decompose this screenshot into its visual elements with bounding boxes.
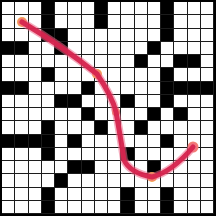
grid-cell[interactable]	[201, 15, 214, 28]
grid-cell[interactable]	[15, 135, 28, 148]
grid-cell[interactable]	[68, 95, 81, 108]
grid-cell[interactable]	[108, 161, 121, 174]
grid-cell[interactable]	[148, 29, 161, 42]
grid-cell[interactable]	[2, 29, 15, 42]
grid-cell[interactable]	[174, 174, 187, 187]
grid-cell[interactable]	[42, 201, 55, 214]
grid-cell[interactable]	[135, 161, 148, 174]
grid-cell[interactable]	[15, 68, 28, 81]
grid-cell[interactable]	[161, 148, 174, 161]
grid-cell[interactable]	[55, 135, 68, 148]
grid-cell[interactable]	[55, 42, 68, 55]
grid-cell[interactable]	[135, 135, 148, 148]
grid-cell[interactable]	[188, 2, 201, 15]
grid-cell[interactable]	[82, 108, 95, 121]
grid-cell[interactable]	[201, 55, 214, 68]
grid-cell[interactable]	[55, 108, 68, 121]
grid-cell[interactable]	[15, 82, 28, 95]
grid-cell[interactable]	[201, 2, 214, 15]
grid-cell[interactable]	[188, 188, 201, 201]
grid-cell[interactable]	[68, 42, 81, 55]
grid-cell[interactable]	[82, 95, 95, 108]
grid-cell[interactable]	[188, 42, 201, 55]
grid-cell[interactable]	[148, 161, 161, 174]
grid-cell[interactable]	[82, 188, 95, 201]
grid-cell[interactable]	[201, 82, 214, 95]
grid-cell[interactable]	[29, 108, 42, 121]
grid-cell[interactable]	[174, 201, 187, 214]
grid-cell[interactable]	[2, 161, 15, 174]
grid-cell[interactable]	[29, 148, 42, 161]
grid-cell[interactable]	[108, 135, 121, 148]
grid-cell[interactable]	[188, 82, 201, 95]
grid-cell[interactable]	[82, 82, 95, 95]
grid-cell[interactable]	[42, 174, 55, 187]
grid-cell[interactable]	[161, 68, 174, 81]
grid-cell[interactable]	[201, 161, 214, 174]
grid-cell[interactable]	[108, 95, 121, 108]
grid-cell[interactable]	[95, 121, 108, 134]
grid-cell[interactable]	[82, 201, 95, 214]
grid-cell[interactable]	[2, 68, 15, 81]
grid-cell[interactable]	[68, 2, 81, 15]
grid-cell[interactable]	[15, 15, 28, 28]
grid-cell[interactable]	[15, 188, 28, 201]
grid-cell[interactable]	[121, 82, 134, 95]
grid-cell[interactable]	[95, 201, 108, 214]
grid-cell[interactable]	[15, 2, 28, 15]
grid-cell[interactable]	[55, 15, 68, 28]
grid-cell[interactable]	[161, 42, 174, 55]
grid-cell[interactable]	[174, 121, 187, 134]
grid-cell[interactable]	[121, 201, 134, 214]
grid-cell[interactable]	[55, 188, 68, 201]
grid-cell[interactable]	[55, 68, 68, 81]
grid-cell[interactable]	[42, 15, 55, 28]
grid-cell[interactable]	[188, 55, 201, 68]
grid-cell[interactable]	[108, 29, 121, 42]
grid-cell[interactable]	[188, 148, 201, 161]
grid-cell[interactable]	[121, 42, 134, 55]
grid-cell[interactable]	[161, 108, 174, 121]
grid-cell[interactable]	[201, 108, 214, 121]
grid-cell[interactable]	[82, 135, 95, 148]
grid-cell[interactable]	[68, 174, 81, 187]
grid-cell[interactable]	[55, 55, 68, 68]
grid-cell[interactable]	[174, 148, 187, 161]
grid-cell[interactable]	[121, 148, 134, 161]
grid-cell[interactable]	[29, 29, 42, 42]
grid-cell[interactable]	[148, 201, 161, 214]
grid-cell[interactable]	[148, 135, 161, 148]
grid-cell[interactable]	[95, 55, 108, 68]
grid-cell[interactable]	[135, 95, 148, 108]
grid-cell[interactable]	[121, 135, 134, 148]
grid-cell[interactable]	[82, 42, 95, 55]
grid-cell[interactable]	[188, 201, 201, 214]
grid-cell[interactable]	[29, 42, 42, 55]
grid-cell[interactable]	[2, 188, 15, 201]
grid-cell[interactable]	[15, 174, 28, 187]
grid-cell[interactable]	[15, 42, 28, 55]
grid-cell[interactable]	[82, 68, 95, 81]
grid-cell[interactable]	[135, 42, 148, 55]
grid-cell[interactable]	[148, 82, 161, 95]
grid-cell[interactable]	[95, 188, 108, 201]
grid-cell[interactable]	[188, 174, 201, 187]
grid-cell[interactable]	[148, 55, 161, 68]
grid-cell[interactable]	[135, 201, 148, 214]
grid-cell[interactable]	[108, 82, 121, 95]
grid-cell[interactable]	[42, 82, 55, 95]
grid-cell[interactable]	[42, 121, 55, 134]
grid-cell[interactable]	[108, 15, 121, 28]
grid-cell[interactable]	[135, 108, 148, 121]
grid-cell[interactable]	[95, 42, 108, 55]
grid-cell[interactable]	[201, 148, 214, 161]
grid-cell[interactable]	[121, 15, 134, 28]
grid-cell[interactable]	[121, 95, 134, 108]
grid-cell[interactable]	[29, 161, 42, 174]
grid-cell[interactable]	[135, 148, 148, 161]
grid-cell[interactable]	[55, 174, 68, 187]
grid-cell[interactable]	[201, 174, 214, 187]
grid-cell[interactable]	[2, 42, 15, 55]
grid-cell[interactable]	[68, 201, 81, 214]
grid-cell[interactable]	[95, 108, 108, 121]
grid-cell[interactable]	[55, 148, 68, 161]
grid-cell[interactable]	[135, 29, 148, 42]
grid-cell[interactable]	[2, 201, 15, 214]
grid-cell[interactable]	[68, 108, 81, 121]
grid-cell[interactable]	[201, 188, 214, 201]
grid-cell[interactable]	[68, 55, 81, 68]
grid-cell[interactable]	[174, 42, 187, 55]
grid-cell[interactable]	[42, 108, 55, 121]
grid-cell[interactable]	[29, 121, 42, 134]
grid-cell[interactable]	[95, 148, 108, 161]
grid-cell[interactable]	[121, 55, 134, 68]
grid-cell[interactable]	[161, 82, 174, 95]
grid-cell[interactable]	[2, 55, 15, 68]
grid-cell[interactable]	[95, 135, 108, 148]
grid-cell[interactable]	[2, 15, 15, 28]
grid-cell[interactable]	[161, 2, 174, 15]
grid-cell[interactable]	[121, 174, 134, 187]
grid-cell[interactable]	[201, 121, 214, 134]
grid-cell[interactable]	[148, 148, 161, 161]
grid-cell[interactable]	[55, 82, 68, 95]
grid-cell[interactable]	[15, 201, 28, 214]
grid-cell[interactable]	[201, 42, 214, 55]
grid-cell[interactable]	[121, 2, 134, 15]
grid-cell[interactable]	[15, 55, 28, 68]
grid-cell[interactable]	[42, 2, 55, 15]
grid-cell[interactable]	[135, 174, 148, 187]
grid-cell[interactable]	[29, 68, 42, 81]
grid-cell[interactable]	[161, 161, 174, 174]
grid-cell[interactable]	[188, 68, 201, 81]
grid-cell[interactable]	[174, 135, 187, 148]
grid-cell[interactable]	[82, 174, 95, 187]
grid-cell[interactable]	[42, 95, 55, 108]
grid-cell[interactable]	[201, 135, 214, 148]
grid-cell[interactable]	[68, 161, 81, 174]
grid-cell[interactable]	[2, 2, 15, 15]
grid-cell[interactable]	[2, 174, 15, 187]
grid-cell[interactable]	[42, 188, 55, 201]
grid-cell[interactable]	[121, 161, 134, 174]
grid-cell[interactable]	[29, 95, 42, 108]
grid-cell[interactable]	[121, 68, 134, 81]
grid-cell[interactable]	[121, 29, 134, 42]
grid-cell[interactable]	[108, 148, 121, 161]
grid-cell[interactable]	[29, 201, 42, 214]
grid-cell[interactable]	[82, 121, 95, 134]
grid-cell[interactable]	[42, 29, 55, 42]
grid-cell[interactable]	[82, 29, 95, 42]
grid-cell[interactable]	[82, 148, 95, 161]
grid-cell[interactable]	[148, 108, 161, 121]
grid-cell[interactable]	[148, 42, 161, 55]
grid-cell[interactable]	[121, 108, 134, 121]
grid-cell[interactable]	[15, 161, 28, 174]
grid-cell[interactable]	[148, 121, 161, 134]
grid-cell[interactable]	[29, 82, 42, 95]
grid-cell[interactable]	[95, 95, 108, 108]
grid-cell[interactable]	[68, 82, 81, 95]
grid-cell[interactable]	[161, 121, 174, 134]
grid-cell[interactable]	[29, 55, 42, 68]
grid-cell[interactable]	[148, 95, 161, 108]
grid-cell[interactable]	[55, 161, 68, 174]
grid-cell[interactable]	[2, 121, 15, 134]
grid-cell[interactable]	[161, 95, 174, 108]
grid-cell[interactable]	[55, 121, 68, 134]
grid-cell[interactable]	[108, 188, 121, 201]
grid-cell[interactable]	[121, 121, 134, 134]
grid-cell[interactable]	[2, 108, 15, 121]
grid-cell[interactable]	[68, 188, 81, 201]
grid-cell[interactable]	[82, 15, 95, 28]
grid-cell[interactable]	[108, 201, 121, 214]
grid-cell[interactable]	[135, 68, 148, 81]
grid-cell[interactable]	[108, 68, 121, 81]
grid-cell[interactable]	[95, 161, 108, 174]
grid-cell[interactable]	[201, 29, 214, 42]
grid-cell[interactable]	[161, 188, 174, 201]
grid-cell[interactable]	[174, 68, 187, 81]
grid-cell[interactable]	[42, 68, 55, 81]
grid-cell[interactable]	[174, 82, 187, 95]
grid-cell[interactable]	[135, 188, 148, 201]
grid-cell[interactable]	[174, 95, 187, 108]
grid-cell[interactable]	[29, 174, 42, 187]
grid-cell[interactable]	[95, 29, 108, 42]
grid-cell[interactable]	[29, 188, 42, 201]
grid-cell[interactable]	[55, 95, 68, 108]
grid-cell[interactable]	[68, 135, 81, 148]
grid-cell[interactable]	[42, 148, 55, 161]
grid-cell[interactable]	[108, 174, 121, 187]
grid-cell[interactable]	[188, 161, 201, 174]
grid-cell[interactable]	[29, 135, 42, 148]
grid-cell[interactable]	[15, 95, 28, 108]
grid-cell[interactable]	[201, 201, 214, 214]
grid-cell[interactable]	[108, 55, 121, 68]
grid-cell[interactable]	[108, 108, 121, 121]
grid-cell[interactable]	[95, 68, 108, 81]
grid-cell[interactable]	[108, 2, 121, 15]
grid-cell[interactable]	[174, 15, 187, 28]
puzzle-board	[0, 0, 216, 216]
grid-cell[interactable]	[42, 135, 55, 148]
grid-cell[interactable]	[2, 82, 15, 95]
grid-cell[interactable]	[161, 174, 174, 187]
grid-cell[interactable]	[108, 121, 121, 134]
grid-cell[interactable]	[95, 82, 108, 95]
grid-cell[interactable]	[42, 55, 55, 68]
grid-cell[interactable]	[148, 68, 161, 81]
grid-cell[interactable]	[161, 55, 174, 68]
grid-cell[interactable]	[121, 188, 134, 201]
grid-cell[interactable]	[95, 2, 108, 15]
grid-cell[interactable]	[68, 29, 81, 42]
grid-cell[interactable]	[82, 55, 95, 68]
grid-cell[interactable]	[108, 42, 121, 55]
puzzle-grid[interactable]	[0, 0, 216, 216]
grid-cell[interactable]	[188, 29, 201, 42]
grid-cell[interactable]	[95, 174, 108, 187]
grid-cell[interactable]	[161, 29, 174, 42]
grid-cell[interactable]	[55, 2, 68, 15]
grid-cell[interactable]	[135, 2, 148, 15]
grid-cell[interactable]	[68, 148, 81, 161]
grid-cell[interactable]	[29, 15, 42, 28]
grid-cell[interactable]	[174, 188, 187, 201]
grid-cell[interactable]	[68, 68, 81, 81]
grid-cell[interactable]	[148, 174, 161, 187]
grid-cell[interactable]	[95, 15, 108, 28]
grid-cell[interactable]	[135, 15, 148, 28]
grid-cell[interactable]	[68, 121, 81, 134]
grid-cell[interactable]	[82, 2, 95, 15]
grid-cell[interactable]	[42, 161, 55, 174]
grid-cell[interactable]	[188, 15, 201, 28]
grid-cell[interactable]	[15, 121, 28, 134]
grid-cell[interactable]	[135, 82, 148, 95]
grid-cell[interactable]	[15, 108, 28, 121]
grid-cell[interactable]	[148, 188, 161, 201]
grid-cell[interactable]	[148, 15, 161, 28]
grid-cell[interactable]	[188, 95, 201, 108]
grid-cell[interactable]	[188, 135, 201, 148]
grid-cell[interactable]	[174, 55, 187, 68]
grid-cell[interactable]	[201, 95, 214, 108]
grid-cell[interactable]	[42, 42, 55, 55]
grid-cell[interactable]	[15, 29, 28, 42]
grid-cell[interactable]	[135, 121, 148, 134]
grid-cell[interactable]	[82, 161, 95, 174]
grid-cell[interactable]	[15, 148, 28, 161]
grid-cell[interactable]	[161, 15, 174, 28]
grid-cell[interactable]	[2, 95, 15, 108]
grid-cell[interactable]	[188, 108, 201, 121]
grid-cell[interactable]	[174, 161, 187, 174]
grid-cell[interactable]	[55, 29, 68, 42]
grid-cell[interactable]	[55, 201, 68, 214]
grid-cell[interactable]	[2, 135, 15, 148]
grid-cell[interactable]	[161, 135, 174, 148]
grid-cell[interactable]	[161, 201, 174, 214]
grid-cell[interactable]	[148, 2, 161, 15]
grid-cell[interactable]	[68, 15, 81, 28]
grid-cell[interactable]	[174, 29, 187, 42]
grid-cell[interactable]	[188, 121, 201, 134]
grid-cell[interactable]	[2, 148, 15, 161]
grid-cell[interactable]	[201, 68, 214, 81]
grid-cell[interactable]	[29, 2, 42, 15]
grid-cell[interactable]	[135, 55, 148, 68]
grid-cell[interactable]	[174, 2, 187, 15]
grid-cell[interactable]	[174, 108, 187, 121]
